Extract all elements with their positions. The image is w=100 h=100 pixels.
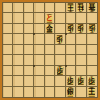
star-point <box>33 33 35 35</box>
board-cell[interactable] <box>55 45 65 55</box>
board-cell[interactable] <box>76 55 86 65</box>
board-cell[interactable] <box>66 34 76 44</box>
board-cell[interactable] <box>34 76 44 86</box>
board-cell[interactable] <box>66 55 76 65</box>
board-cell[interactable] <box>34 34 44 44</box>
board-cell[interactable] <box>3 87 13 97</box>
board-cell[interactable]: 銀 <box>66 87 76 97</box>
board-grid: 王桂香と金歩歩歩歩歩歩歩歩銀王 <box>3 3 97 97</box>
board-cell[interactable] <box>13 34 23 44</box>
board-cell[interactable] <box>45 87 55 97</box>
board-cell[interactable] <box>24 3 34 13</box>
board-cell[interactable] <box>13 24 23 34</box>
board-cell[interactable]: 歩 <box>76 76 86 86</box>
board-cell[interactable]: 金 <box>45 24 55 34</box>
board-cell[interactable] <box>66 45 76 55</box>
board-cell[interactable]: 王 <box>66 3 76 13</box>
board-cell[interactable] <box>13 87 23 97</box>
board-cell[interactable] <box>24 66 34 76</box>
board-cell[interactable] <box>45 45 55 55</box>
board-cell[interactable] <box>76 66 86 76</box>
board-cell[interactable] <box>87 66 97 76</box>
shogi-piece-3i[interactable]: 銀 <box>66 87 75 97</box>
board-cell[interactable] <box>3 55 13 65</box>
board-cell[interactable]: 香 <box>87 3 97 13</box>
board-cell[interactable] <box>3 13 13 23</box>
shogi-piece-1a[interactable]: 香 <box>87 3 97 12</box>
board-cell[interactable] <box>45 34 55 44</box>
board-cell[interactable] <box>13 66 23 76</box>
board-cell[interactable]: と <box>45 13 55 23</box>
board-cell[interactable] <box>55 3 65 13</box>
board-cell[interactable]: 歩 <box>66 76 76 86</box>
shogi-board: 王桂香と金歩歩歩歩歩歩歩歩銀王 <box>2 2 98 98</box>
star-point <box>65 33 67 35</box>
board-cell[interactable] <box>34 55 44 65</box>
board-cell[interactable] <box>34 66 44 76</box>
board-cell[interactable] <box>24 76 34 86</box>
board-cell[interactable] <box>34 87 44 97</box>
board-cell[interactable] <box>55 87 65 97</box>
board-cell[interactable] <box>13 45 23 55</box>
board-cell[interactable] <box>45 3 55 13</box>
board-cell[interactable] <box>76 45 86 55</box>
board-cell[interactable] <box>24 34 34 44</box>
shogi-piece-2c[interactable]: 歩 <box>76 24 85 33</box>
shogi-piece-4d[interactable]: 歩 <box>55 35 64 44</box>
shogi-piece-1c[interactable]: 歩 <box>87 24 97 33</box>
board-cell[interactable] <box>13 3 23 13</box>
board-cell[interactable] <box>45 66 55 76</box>
board-cell[interactable] <box>87 55 97 65</box>
star-point <box>65 65 67 67</box>
shogi-piece-1h[interactable]: 歩 <box>87 76 97 85</box>
board-cell[interactable] <box>76 87 86 97</box>
board-cell[interactable] <box>45 76 55 86</box>
shogi-piece-4g[interactable]: 歩 <box>55 66 64 75</box>
shogi-piece-3h[interactable]: 歩 <box>66 76 75 85</box>
shogi-piece-5c[interactable]: 金 <box>45 24 54 33</box>
board-cell[interactable]: 歩 <box>87 24 97 34</box>
board-cell[interactable]: 王 <box>87 87 97 97</box>
board-cell[interactable] <box>3 3 13 13</box>
board-cell[interactable] <box>3 34 13 44</box>
board-cell[interactable]: 歩 <box>76 24 86 34</box>
board-cell[interactable] <box>3 24 13 34</box>
board-cell[interactable] <box>24 87 34 97</box>
board-cell[interactable] <box>87 13 97 23</box>
board-cell[interactable] <box>34 3 44 13</box>
board-cell[interactable] <box>55 13 65 23</box>
board-cell[interactable] <box>34 13 44 23</box>
board-cell[interactable] <box>3 66 13 76</box>
board-cell[interactable] <box>13 55 23 65</box>
board-cell[interactable]: 歩 <box>66 24 76 34</box>
shogi-piece-2a[interactable]: 桂 <box>76 3 85 12</box>
shogi-piece-3a[interactable]: 王 <box>66 3 75 12</box>
shogi-piece-5b[interactable]: と <box>45 14 54 23</box>
star-point <box>33 65 35 67</box>
board-cell[interactable] <box>3 45 13 55</box>
board-cell[interactable] <box>55 76 65 86</box>
shogi-piece-2h[interactable]: 歩 <box>76 76 85 85</box>
board-cell[interactable] <box>3 76 13 86</box>
board-cell[interactable] <box>34 45 44 55</box>
board-cell[interactable]: 歩 <box>55 66 65 76</box>
shogi-app-screen: 王桂香と金歩歩歩歩歩歩歩歩銀王 <box>0 0 100 100</box>
shogi-piece-3c[interactable]: 歩 <box>66 24 75 33</box>
board-cell[interactable] <box>13 13 23 23</box>
board-cell[interactable] <box>76 13 86 23</box>
shogi-piece-1i[interactable]: 王 <box>87 87 97 97</box>
board-cell[interactable] <box>13 76 23 86</box>
board-cell[interactable] <box>66 66 76 76</box>
board-cell[interactable] <box>34 24 44 34</box>
board-cell[interactable]: 歩 <box>87 76 97 86</box>
board-cell[interactable] <box>76 34 86 44</box>
board-cell[interactable]: 桂 <box>76 3 86 13</box>
board-cell[interactable] <box>24 13 34 23</box>
board-cell[interactable] <box>87 34 97 44</box>
board-cell[interactable]: 歩 <box>55 34 65 44</box>
board-cell[interactable] <box>87 45 97 55</box>
board-cell[interactable] <box>24 45 34 55</box>
board-cell[interactable] <box>66 13 76 23</box>
board-cell[interactable] <box>45 55 55 65</box>
